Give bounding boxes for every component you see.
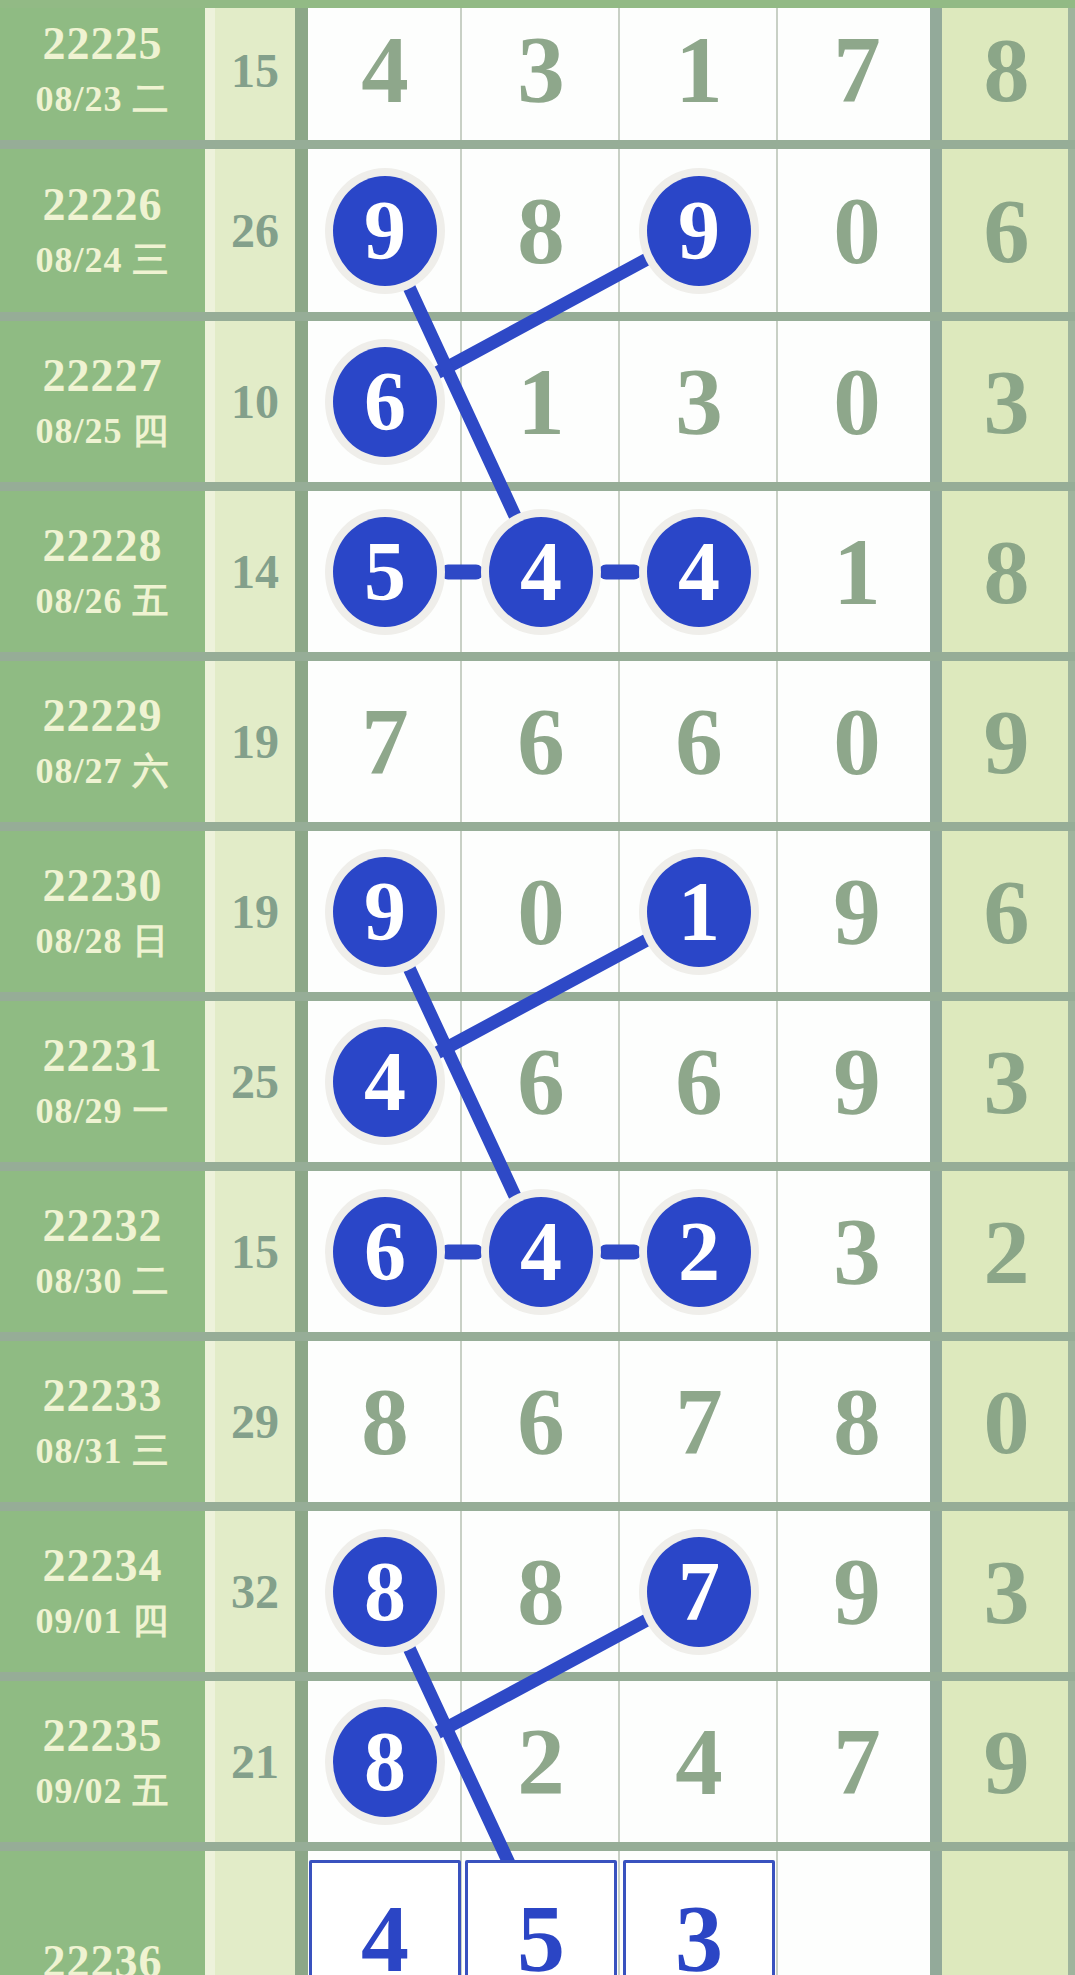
draw-row: 22230 08/28 日 19 9 0 1 9 6 [0, 831, 1075, 992]
digit-cell: 0 [778, 661, 936, 822]
fifth-digit-cell: 8 [938, 491, 1075, 652]
fifth-digit-cell: 0 [938, 1341, 1075, 1502]
digit: 0 [833, 687, 881, 797]
draw-period: 22229 08/27 六 [0, 661, 205, 822]
fifth-digit-cell: 2 [938, 1171, 1075, 1332]
circled-digit: 4 [489, 517, 593, 627]
digit-cell: 4 [462, 1171, 620, 1332]
sum-cell: 19 [215, 831, 295, 992]
row-border [0, 140, 1075, 149]
draw-row: 22225 08/23 二 15 4 3 1 7 8 [0, 0, 1075, 140]
draw-period: 22226 08/24 三 [0, 149, 205, 312]
sum-cell: 15 [215, 0, 295, 140]
digit: 3 [675, 347, 723, 457]
circled-digit: 2 [647, 1197, 751, 1307]
digit: 1 [833, 517, 881, 627]
digit: 6 [675, 1027, 723, 1137]
draw-row: 22236 4 5 3 [0, 1851, 1075, 1975]
period-number: 22225 [43, 15, 163, 73]
period-number: 22232 [43, 1197, 163, 1255]
sum-cell: 32 [215, 1511, 295, 1672]
draw-row: 22231 08/29 一 25 4 6 6 9 3 [0, 1001, 1075, 1162]
draw-date: 08/23 二 [35, 73, 169, 125]
period-number: 22227 [43, 347, 163, 405]
digit-cell: 3 [462, 0, 620, 140]
digit: 3 [517, 15, 565, 125]
digit-cell: 0 [778, 149, 936, 312]
row-border [0, 1672, 1075, 1681]
digit-cell: 3 [620, 321, 778, 482]
draw-date: 08/25 四 [35, 405, 169, 457]
digit: 6 [984, 178, 1030, 284]
digit-cell: 5 [462, 1851, 620, 1975]
row-border [0, 1332, 1075, 1341]
period-number: 22229 [43, 687, 163, 745]
digit: 7 [833, 15, 881, 125]
digit-cell: 6 [462, 661, 620, 822]
digit-cell: 6 [462, 1341, 620, 1502]
draw-period: 22234 09/01 四 [0, 1511, 205, 1672]
digit: 6 [984, 859, 1030, 965]
digit: 7 [833, 1707, 881, 1817]
predicted-digit-box: 3 [623, 1860, 775, 1975]
sum-cell: 10 [215, 321, 295, 482]
fifth-digit-cell: 8 [938, 0, 1075, 140]
draw-date: 08/31 三 [35, 1425, 169, 1477]
digit: 2 [984, 1199, 1030, 1305]
draw-date: 08/29 一 [35, 1085, 169, 1137]
draw-row: 22228 08/26 五 14 5 4 4 1 8 [0, 491, 1075, 652]
circled-digit: 9 [333, 857, 437, 967]
digit-cell: 9 [778, 1001, 936, 1162]
circled-digit: 1 [647, 857, 751, 967]
digit-cell: 6 [308, 321, 462, 482]
row-border [0, 1502, 1075, 1511]
draw-row: 22234 09/01 四 32 8 8 7 9 3 [0, 1511, 1075, 1672]
digit: 9 [984, 1709, 1030, 1815]
predicted-digit-box: 4 [309, 1860, 461, 1975]
digit-cell: 6 [462, 1001, 620, 1162]
digit-cell: 0 [462, 831, 620, 992]
digit-cell: 6 [620, 661, 778, 822]
row-border [0, 482, 1075, 491]
sum-cell: 19 [215, 661, 295, 822]
digit-cell: 8 [778, 1341, 936, 1502]
digit: 4 [361, 15, 409, 125]
circled-digit: 4 [647, 517, 751, 627]
digit-cell: 9 [778, 1511, 936, 1672]
circled-digit: 9 [647, 176, 751, 286]
fifth-digit-cell: 9 [938, 661, 1075, 822]
digit: 8 [517, 1537, 565, 1647]
circled-digit: 8 [333, 1537, 437, 1647]
digit-cell: 4 [308, 1001, 462, 1162]
circled-digit: 6 [333, 1197, 437, 1307]
digit-cell: 7 [308, 661, 462, 822]
digit-cell: 3 [620, 1851, 778, 1975]
sum-cell: 21 [215, 1681, 295, 1842]
digit: 8 [517, 176, 565, 286]
period-number: 22234 [43, 1537, 163, 1595]
digit: 3 [984, 1539, 1030, 1645]
digit-cell: 7 [778, 1681, 936, 1842]
draw-period: 22236 [0, 1851, 205, 1975]
digit-cell: 7 [778, 0, 936, 140]
circled-digit: 6 [333, 347, 437, 457]
draw-date: 08/28 日 [35, 915, 169, 967]
sum-cell: 15 [215, 1171, 295, 1332]
circled-digit: 9 [333, 176, 437, 286]
digit-cell: 3 [778, 1171, 936, 1332]
period-number: 22226 [43, 176, 163, 234]
digit-cell: 1 [620, 0, 778, 140]
draw-date: 09/02 五 [35, 1765, 169, 1817]
fifth-digit-cell [938, 1851, 1075, 1975]
fifth-digit-cell: 3 [938, 1511, 1075, 1672]
digit: 3 [984, 349, 1030, 455]
digit-cell: 6 [308, 1171, 462, 1332]
circled-digit: 7 [647, 1537, 751, 1647]
digit-cell: 4 [308, 1851, 462, 1975]
period-number: 22228 [43, 517, 163, 575]
period-number: 22231 [43, 1027, 163, 1085]
digit-cell: 9 [620, 149, 778, 312]
digit: 8 [833, 1367, 881, 1477]
digit: 4 [675, 1707, 723, 1817]
predicted-digit-box: 5 [465, 1860, 617, 1975]
draw-period: 22233 08/31 三 [0, 1341, 205, 1502]
digit: 1 [675, 15, 723, 125]
draw-date: 08/27 六 [35, 745, 169, 797]
digit: 7 [675, 1367, 723, 1477]
period-number: 22230 [43, 857, 163, 915]
digit: 8 [984, 17, 1030, 123]
draw-row: 22232 08/30 二 15 6 4 2 3 2 [0, 1171, 1075, 1332]
draw-date: 08/26 五 [35, 575, 169, 627]
digit-cell: 1 [620, 831, 778, 992]
draw-period: 22235 09/02 五 [0, 1681, 205, 1842]
circled-digit: 4 [489, 1197, 593, 1307]
digit: 9 [833, 1027, 881, 1137]
digit-cell: 4 [620, 1681, 778, 1842]
circled-digit: 5 [333, 517, 437, 627]
circled-digit: 4 [333, 1027, 437, 1137]
row-border [0, 312, 1075, 321]
digit-cell: 7 [620, 1511, 778, 1672]
digit: 2 [517, 1707, 565, 1817]
fifth-digit-cell: 9 [938, 1681, 1075, 1842]
row-border [0, 1842, 1075, 1851]
digit-cell: 6 [620, 1001, 778, 1162]
digit-cell: 1 [462, 321, 620, 482]
digit: 9 [984, 689, 1030, 795]
digit: 8 [361, 1367, 409, 1477]
digit-cell: 4 [308, 0, 462, 140]
digit-cell: 7 [620, 1341, 778, 1502]
digit-cell: 8 [462, 1511, 620, 1672]
digit: 7 [361, 687, 409, 797]
sum-cell: 25 [215, 1001, 295, 1162]
circled-digit: 8 [333, 1707, 437, 1817]
draw-row: 22235 09/02 五 21 8 2 4 7 9 [0, 1681, 1075, 1842]
digit-cell: 8 [308, 1341, 462, 1502]
row-border [0, 822, 1075, 831]
fifth-digit-cell: 6 [938, 831, 1075, 992]
draw-row: 22227 08/25 四 10 6 1 3 0 3 [0, 321, 1075, 482]
digit-cell: 8 [462, 149, 620, 312]
digit: 0 [833, 347, 881, 457]
digit: 3 [833, 1197, 881, 1307]
lottery-trend-chart: 22225 08/23 二 15 4 3 1 7 8 22226 08/24 三… [0, 0, 1075, 1975]
period-number: 22236 [43, 1933, 163, 1975]
digit: 0 [833, 176, 881, 286]
digit: 6 [517, 1027, 565, 1137]
digit-cell: 2 [462, 1681, 620, 1842]
row-border [0, 1162, 1075, 1171]
draw-date: 08/30 二 [35, 1255, 169, 1307]
draw-period: 22225 08/23 二 [0, 0, 205, 140]
digit-cell: 0 [778, 321, 936, 482]
digit-cell: 4 [462, 491, 620, 652]
digit-cell: 5 [308, 491, 462, 652]
draw-period: 22232 08/30 二 [0, 1171, 205, 1332]
digit: 9 [833, 1537, 881, 1647]
digit-cell [778, 1851, 936, 1975]
draw-date: 08/24 三 [35, 234, 169, 286]
draw-period: 22228 08/26 五 [0, 491, 205, 652]
digit: 6 [517, 687, 565, 797]
draw-period: 22227 08/25 四 [0, 321, 205, 482]
digit: 9 [833, 857, 881, 967]
draw-row: 22229 08/27 六 19 7 6 6 0 9 [0, 661, 1075, 822]
digit-cell: 4 [620, 491, 778, 652]
digit: 8 [984, 519, 1030, 625]
fifth-digit-cell: 3 [938, 321, 1075, 482]
period-number: 22233 [43, 1367, 163, 1425]
row-border [0, 652, 1075, 661]
draw-date: 09/01 四 [35, 1595, 169, 1647]
draw-period: 22230 08/28 日 [0, 831, 205, 992]
digit: 0 [517, 857, 565, 967]
digit-cell: 9 [308, 149, 462, 312]
sum-cell [215, 1851, 295, 1975]
period-number: 22235 [43, 1707, 163, 1765]
fifth-digit-cell: 6 [938, 149, 1075, 312]
sum-cell: 29 [215, 1341, 295, 1502]
draw-period: 22231 08/29 一 [0, 1001, 205, 1162]
digit: 3 [984, 1029, 1030, 1135]
digit-cell: 9 [778, 831, 936, 992]
digit-cell: 8 [308, 1511, 462, 1672]
digit-cell: 9 [308, 831, 462, 992]
digit-cell: 2 [620, 1171, 778, 1332]
digit: 0 [984, 1369, 1030, 1475]
draw-row: 22226 08/24 三 26 9 8 9 0 6 [0, 149, 1075, 312]
digit: 6 [517, 1367, 565, 1477]
digit-cell: 1 [778, 491, 936, 652]
draw-row: 22233 08/31 三 29 8 6 7 8 0 [0, 1341, 1075, 1502]
sum-cell: 26 [215, 149, 295, 312]
row-border [0, 992, 1075, 1001]
digit-cell: 8 [308, 1681, 462, 1842]
digit: 6 [675, 687, 723, 797]
digit: 1 [517, 347, 565, 457]
sum-cell: 14 [215, 491, 295, 652]
fifth-digit-cell: 3 [938, 1001, 1075, 1162]
